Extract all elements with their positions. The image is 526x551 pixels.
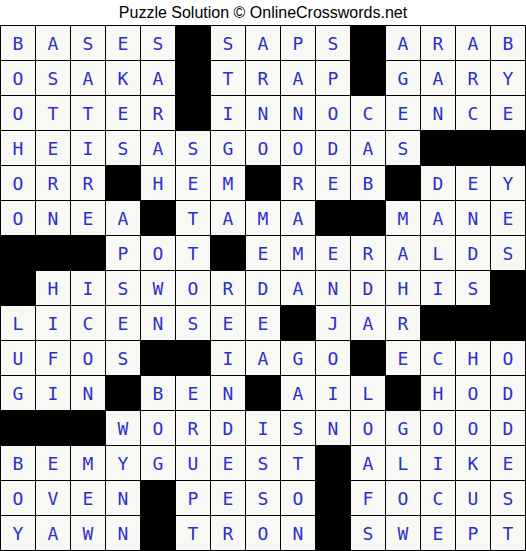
cell-r6c2[interactable]: N — [36, 201, 70, 235]
cell-r9c1[interactable]: L — [1, 306, 35, 340]
cell-r14c4[interactable]: N — [106, 481, 140, 515]
block-r10c11 — [351, 341, 385, 375]
cell-r13c4[interactable]: Y — [106, 446, 140, 480]
cell-r4c1[interactable]: H — [1, 131, 35, 165]
cell-r8c12[interactable]: H — [386, 271, 420, 305]
cell-r8c4[interactable]: S — [106, 271, 140, 305]
cell-r4c2[interactable]: E — [36, 131, 70, 165]
cell-r8c6[interactable]: O — [176, 271, 210, 305]
cell-r11c10[interactable]: I — [316, 376, 350, 410]
cell-r12c10[interactable]: N — [316, 411, 350, 445]
block-r1c6 — [176, 26, 210, 60]
cell-r11c2[interactable]: I — [36, 376, 70, 410]
cell-r1c9[interactable]: P — [281, 26, 315, 60]
cell-r10c9[interactable]: G — [281, 341, 315, 375]
cell-r14c11[interactable]: F — [351, 481, 385, 515]
cell-r10c1[interactable]: U — [1, 341, 35, 375]
cell-r14c13[interactable]: C — [421, 481, 455, 515]
cell-r13c7[interactable]: E — [211, 446, 245, 480]
cell-r14c12[interactable]: O — [386, 481, 420, 515]
cell-r11c7[interactable]: N — [211, 376, 245, 410]
cell-r14c6[interactable]: P — [176, 481, 210, 515]
cell-r15c1[interactable]: Y — [1, 516, 35, 550]
cell-r3c2[interactable]: T — [36, 96, 70, 130]
cell-r10c13[interactable]: C — [421, 341, 455, 375]
cell-r6c3[interactable]: E — [71, 201, 105, 235]
block-r7c1 — [1, 236, 35, 270]
cell-r7c4[interactable]: P — [106, 236, 140, 270]
block-r5c12 — [386, 166, 420, 200]
cell-r2c3[interactable]: A — [71, 61, 105, 95]
cell-r3c4[interactable]: E — [106, 96, 140, 130]
cell-r3c5[interactable]: R — [141, 96, 175, 130]
cell-r3c11[interactable]: C — [351, 96, 385, 130]
cell-r14c1[interactable]: O — [1, 481, 35, 515]
cell-r6c8[interactable]: M — [246, 201, 280, 235]
cell-r8c10[interactable]: N — [316, 271, 350, 305]
block-r4c14 — [456, 131, 490, 165]
cell-r4c10[interactable]: D — [316, 131, 350, 165]
cell-r8c5[interactable]: W — [141, 271, 175, 305]
cell-r10c3[interactable]: O — [71, 341, 105, 375]
cell-r15c2[interactable]: A — [36, 516, 70, 550]
cell-r14c14[interactable]: U — [456, 481, 490, 515]
cell-r12c14[interactable]: O — [456, 411, 490, 445]
cell-r3c15[interactable]: E — [491, 96, 525, 130]
cell-r13c11[interactable]: A — [351, 446, 385, 480]
cell-r5c2[interactable]: R — [36, 166, 70, 200]
block-r12c3 — [71, 411, 105, 445]
cell-r9c7[interactable]: E — [211, 306, 245, 340]
cell-r13c15[interactable]: E — [491, 446, 525, 480]
cell-r15c3[interactable]: W — [71, 516, 105, 550]
cell-r8c11[interactable]: D — [351, 271, 385, 305]
cell-r11c3[interactable]: N — [71, 376, 105, 410]
cell-r13c8[interactable]: S — [246, 446, 280, 480]
cell-r8c9[interactable]: A — [281, 271, 315, 305]
cell-r2c8[interactable]: R — [246, 61, 280, 95]
cell-r6c9[interactable]: A — [281, 201, 315, 235]
cell-r1c2[interactable]: A — [36, 26, 70, 60]
cell-r13c6[interactable]: U — [176, 446, 210, 480]
cell-r13c2[interactable]: E — [36, 446, 70, 480]
cell-r3c8[interactable]: N — [246, 96, 280, 130]
block-r5c8 — [246, 166, 280, 200]
cell-r12c8[interactable]: I — [246, 411, 280, 445]
cell-r10c15[interactable]: O — [491, 341, 525, 375]
cell-r2c13[interactable]: A — [421, 61, 455, 95]
cell-r15c15[interactable]: T — [491, 516, 525, 550]
cell-r2c2[interactable]: S — [36, 61, 70, 95]
cell-r5c6[interactable]: E — [176, 166, 210, 200]
cell-r1c15[interactable]: B — [491, 26, 525, 60]
cell-r3c9[interactable]: N — [281, 96, 315, 130]
cell-r9c12[interactable]: R — [386, 306, 420, 340]
cell-r7c9[interactable]: M — [281, 236, 315, 270]
cell-r3c1[interactable]: O — [1, 96, 35, 130]
cell-r10c8[interactable]: A — [246, 341, 280, 375]
cell-r9c10[interactable]: J — [316, 306, 350, 340]
block-r4c15 — [491, 131, 525, 165]
cell-r5c3[interactable]: R — [71, 166, 105, 200]
cell-r11c6[interactable]: E — [176, 376, 210, 410]
cell-r2c10[interactable]: P — [316, 61, 350, 95]
block-r6c5 — [141, 201, 175, 235]
cell-r12c9[interactable]: S — [281, 411, 315, 445]
block-r10c6 — [176, 341, 210, 375]
cell-r8c3[interactable]: I — [71, 271, 105, 305]
cell-r12c6[interactable]: R — [176, 411, 210, 445]
cell-r14c15[interactable]: S — [491, 481, 525, 515]
cell-r13c13[interactable]: I — [421, 446, 455, 480]
cell-r11c15[interactable]: D — [491, 376, 525, 410]
cell-r13c1[interactable]: B — [1, 446, 35, 480]
block-r9c13 — [421, 306, 455, 340]
cell-r1c7[interactable]: S — [211, 26, 245, 60]
cell-r4c7[interactable]: G — [211, 131, 245, 165]
cell-r4c9[interactable]: O — [281, 131, 315, 165]
block-r6c10 — [316, 201, 350, 235]
cell-r4c6[interactable]: S — [176, 131, 210, 165]
cell-r9c11[interactable]: A — [351, 306, 385, 340]
cell-r7c6[interactable]: T — [176, 236, 210, 270]
cell-r5c5[interactable]: H — [141, 166, 175, 200]
cell-r3c12[interactable]: E — [386, 96, 420, 130]
cell-r7c10[interactable]: E — [316, 236, 350, 270]
cell-r6c6[interactable]: T — [176, 201, 210, 235]
cell-r2c14[interactable]: R — [456, 61, 490, 95]
cell-r10c14[interactable]: H — [456, 341, 490, 375]
cell-r11c11[interactable]: L — [351, 376, 385, 410]
cell-r5c1[interactable]: O — [1, 166, 35, 200]
cell-r1c3[interactable]: S — [71, 26, 105, 60]
cell-r9c4[interactable]: E — [106, 306, 140, 340]
cell-r2c4[interactable]: K — [106, 61, 140, 95]
block-r14c5 — [141, 481, 175, 515]
cell-r1c13[interactable]: R — [421, 26, 455, 60]
cell-r6c14[interactable]: N — [456, 201, 490, 235]
cell-r12c11[interactable]: O — [351, 411, 385, 445]
cell-r12c7[interactable]: D — [211, 411, 245, 445]
cell-r1c4[interactable]: E — [106, 26, 140, 60]
cell-r15c4[interactable]: N — [106, 516, 140, 550]
cell-r6c12[interactable]: M — [386, 201, 420, 235]
cell-r11c13[interactable]: H — [421, 376, 455, 410]
cell-r11c14[interactable]: O — [456, 376, 490, 410]
block-r7c7 — [211, 236, 245, 270]
cell-r12c15[interactable]: D — [491, 411, 525, 445]
cell-r1c1[interactable]: B — [1, 26, 35, 60]
cell-r4c12[interactable]: S — [386, 131, 420, 165]
cell-r8c7[interactable]: R — [211, 271, 245, 305]
cell-r2c5[interactable]: A — [141, 61, 175, 95]
cell-r3c7[interactable]: I — [211, 96, 245, 130]
block-r5c4 — [106, 166, 140, 200]
block-r10c5 — [141, 341, 175, 375]
cell-r7c11[interactable]: R — [351, 236, 385, 270]
cell-r2c15[interactable]: Y — [491, 61, 525, 95]
cell-r13c9[interactable]: T — [281, 446, 315, 480]
block-r2c11 — [351, 61, 385, 95]
cell-r6c1[interactable]: O — [1, 201, 35, 235]
block-r3c6 — [176, 96, 210, 130]
block-r9c14 — [456, 306, 490, 340]
block-r14c10 — [316, 481, 350, 515]
cell-r2c1[interactable]: O — [1, 61, 35, 95]
cell-r1c5[interactable]: S — [141, 26, 175, 60]
cell-r14c8[interactable]: S — [246, 481, 280, 515]
cell-r4c11[interactable]: A — [351, 131, 385, 165]
cell-r7c8[interactable]: E — [246, 236, 280, 270]
cell-r9c5[interactable]: N — [141, 306, 175, 340]
cell-r1c8[interactable]: A — [246, 26, 280, 60]
cell-r15c13[interactable]: E — [421, 516, 455, 550]
cell-r6c13[interactable]: A — [421, 201, 455, 235]
cell-r10c12[interactable]: E — [386, 341, 420, 375]
cell-r10c10[interactable]: O — [316, 341, 350, 375]
cell-r7c5[interactable]: O — [141, 236, 175, 270]
cell-r11c5[interactable]: B — [141, 376, 175, 410]
cell-r14c3[interactable]: E — [71, 481, 105, 515]
block-r12c1 — [1, 411, 35, 445]
cell-r15c14[interactable]: P — [456, 516, 490, 550]
block-r6c11 — [351, 201, 385, 235]
block-r13c10 — [316, 446, 350, 480]
cell-r14c2[interactable]: V — [36, 481, 70, 515]
block-r15c5 — [141, 516, 175, 550]
cell-r8c14[interactable]: S — [456, 271, 490, 305]
block-r1c11 — [351, 26, 385, 60]
cell-r11c9[interactable]: A — [281, 376, 315, 410]
cell-r11c1[interactable]: G — [1, 376, 35, 410]
cell-r12c5[interactable]: O — [141, 411, 175, 445]
cell-r2c9[interactable]: A — [281, 61, 315, 95]
cell-r5c9[interactable]: R — [281, 166, 315, 200]
cell-r4c5[interactable]: A — [141, 131, 175, 165]
cell-r5c10[interactable]: E — [316, 166, 350, 200]
cell-r5c15[interactable]: Y — [491, 166, 525, 200]
cell-r12c12[interactable]: G — [386, 411, 420, 445]
cell-r12c13[interactable]: O — [421, 411, 455, 445]
cell-r9c6[interactable]: S — [176, 306, 210, 340]
puzzle-solution-page: Puzzle Solution © OnlineCrosswords.net B… — [0, 0, 526, 551]
cell-r7c14[interactable]: D — [456, 236, 490, 270]
block-r12c2 — [36, 411, 70, 445]
cell-r3c14[interactable]: C — [456, 96, 490, 130]
cell-r8c8[interactable]: D — [246, 271, 280, 305]
block-r7c3 — [71, 236, 105, 270]
block-r9c9 — [281, 306, 315, 340]
cell-r5c14[interactable]: E — [456, 166, 490, 200]
cell-r6c4[interactable]: A — [106, 201, 140, 235]
cell-r12c4[interactable]: W — [106, 411, 140, 445]
cell-r5c7[interactable]: M — [211, 166, 245, 200]
cell-r5c11[interactable]: B — [351, 166, 385, 200]
block-r2c6 — [176, 61, 210, 95]
cell-r3c10[interactable]: O — [316, 96, 350, 130]
block-r15c10 — [316, 516, 350, 550]
cell-r8c13[interactable]: I — [421, 271, 455, 305]
cell-r2c7[interactable]: T — [211, 61, 245, 95]
cell-r15c11[interactable]: S — [351, 516, 385, 550]
block-r8c15 — [491, 271, 525, 305]
cell-r3c13[interactable]: N — [421, 96, 455, 130]
cell-r9c2[interactable]: I — [36, 306, 70, 340]
block-r7c2 — [36, 236, 70, 270]
cell-r8c2[interactable]: H — [36, 271, 70, 305]
cell-r10c4[interactable]: S — [106, 341, 140, 375]
cell-r13c3[interactable]: M — [71, 446, 105, 480]
cell-r6c7[interactable]: A — [211, 201, 245, 235]
cell-r1c14[interactable]: A — [456, 26, 490, 60]
block-r9c15 — [491, 306, 525, 340]
cell-r10c7[interactable]: I — [211, 341, 245, 375]
cell-r3c3[interactable]: T — [71, 96, 105, 130]
cell-r14c9[interactable]: O — [281, 481, 315, 515]
cell-r14c7[interactable]: E — [211, 481, 245, 515]
cell-r9c3[interactable]: C — [71, 306, 105, 340]
block-r8c1 — [1, 271, 35, 305]
cell-r13c5[interactable]: G — [141, 446, 175, 480]
cell-r15c8[interactable]: O — [246, 516, 280, 550]
cell-r15c7[interactable]: R — [211, 516, 245, 550]
cell-r15c9[interactable]: N — [281, 516, 315, 550]
cell-r4c8[interactable]: O — [246, 131, 280, 165]
cell-r13c12[interactable]: L — [386, 446, 420, 480]
block-r11c12 — [386, 376, 420, 410]
cell-r4c3[interactable]: I — [71, 131, 105, 165]
block-r4c13 — [421, 131, 455, 165]
cell-r13c14[interactable]: K — [456, 446, 490, 480]
cell-r7c15[interactable]: S — [491, 236, 525, 270]
cell-r9c8[interactable]: E — [246, 306, 280, 340]
cell-r10c2[interactable]: F — [36, 341, 70, 375]
cell-r7c12[interactable]: A — [386, 236, 420, 270]
cell-r15c12[interactable]: W — [386, 516, 420, 550]
page-title: Puzzle Solution © OnlineCrosswords.net — [0, 0, 526, 25]
cell-r7c13[interactable]: L — [421, 236, 455, 270]
cell-r6c15[interactable]: E — [491, 201, 525, 235]
cell-r1c10[interactable]: S — [316, 26, 350, 60]
crossword-grid: BASESSAPSARABOSAKATRAPGARYOTTERINNOCENCE… — [0, 25, 526, 551]
cell-r15c6[interactable]: T — [176, 516, 210, 550]
cell-r5c13[interactable]: D — [421, 166, 455, 200]
cell-r4c4[interactable]: S — [106, 131, 140, 165]
block-r11c8 — [246, 376, 280, 410]
cell-r2c12[interactable]: G — [386, 61, 420, 95]
cell-r1c12[interactable]: A — [386, 26, 420, 60]
block-r11c4 — [106, 376, 140, 410]
